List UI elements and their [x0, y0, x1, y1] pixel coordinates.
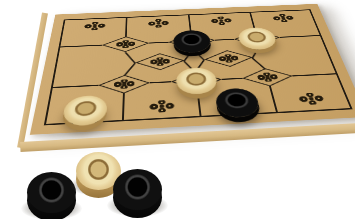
game-board: ●●●●●	[30, 4, 355, 135]
black-piece-off-board[interactable]: ●	[113, 169, 162, 210]
rosette-marker	[271, 14, 294, 23]
rosette-marker	[150, 57, 170, 66]
piece-top: ●	[27, 172, 76, 213]
rosette-marker	[297, 92, 325, 105]
piece-top: ●	[113, 169, 162, 210]
black-piece-off-board[interactable]: ●	[27, 172, 76, 213]
rosette-marker	[148, 19, 169, 28]
rosette-marker	[83, 21, 105, 30]
rosette-marker	[149, 100, 174, 113]
rosette-marker	[114, 79, 135, 89]
rosette-marker	[257, 72, 279, 82]
rosette-marker	[210, 16, 232, 25]
board-surface: ●●●●●	[30, 4, 355, 135]
rosette-marker	[116, 40, 135, 48]
photo-scene: ●●●●● ●●●	[0, 0, 355, 219]
rosette-marker	[218, 54, 239, 63]
